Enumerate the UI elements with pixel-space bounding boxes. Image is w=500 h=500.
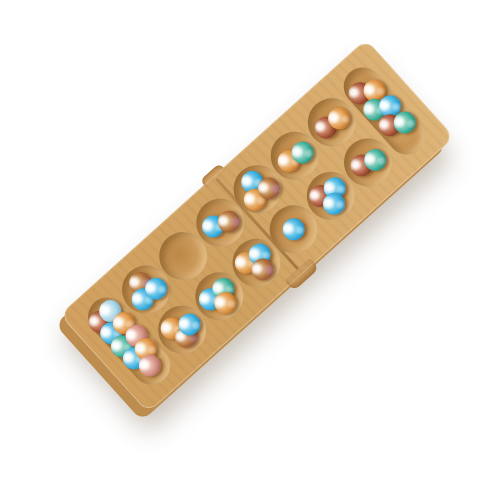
stone-blue xyxy=(278,214,309,245)
product-photo xyxy=(0,0,500,500)
mancala-board xyxy=(60,39,455,413)
